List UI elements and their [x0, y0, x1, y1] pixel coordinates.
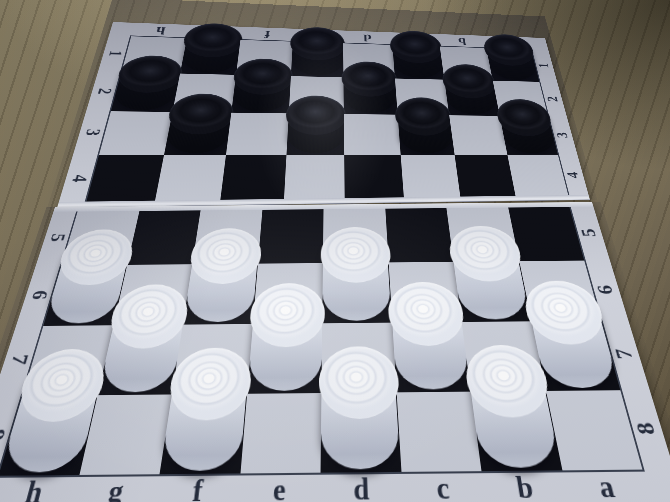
- square-f2: [231, 75, 290, 114]
- bottom-edge-file-labels-e: e: [237, 474, 320, 502]
- board-grid-ranks-1-4: [86, 36, 568, 202]
- square-g6: [113, 264, 192, 325]
- square-f8: [160, 393, 247, 474]
- top-edge-file-labels-5: [391, 33, 439, 46]
- checkers-photo-scene: hfdb 1234 1234 hgfedcba 5678 5678: [0, 0, 670, 502]
- left-edge-rank-labels-1-4-4: 4: [43, 169, 115, 187]
- black-checker-c1: [390, 45, 446, 80]
- left-edge-rank-labels-5-8-7: 7: [0, 347, 58, 372]
- bottom-edge-file-labels-a: a: [562, 471, 651, 502]
- left-edge-rank-labels-1-4-2: 2: [72, 83, 136, 98]
- square-e5: [258, 209, 324, 263]
- white-checker-f6: [180, 263, 260, 324]
- left-edge-rank-labels-1-4-1: 1: [84, 46, 144, 60]
- right-edge-rank-labels-5-8-7: 7: [586, 341, 664, 366]
- black-checker-g1: [177, 38, 242, 75]
- square-f7: [172, 324, 253, 394]
- square-e4: [284, 155, 345, 201]
- right-edge-rank-labels-1-4-2: 2: [528, 92, 577, 105]
- top-edge-file-labels-7: [484, 36, 531, 48]
- square-d4: [344, 155, 403, 200]
- square-e3: [286, 113, 344, 154]
- board-top-half: hfdb 1234 1234: [57, 22, 590, 208]
- black-checker-f2: [229, 75, 293, 114]
- square-b5: [446, 208, 518, 262]
- bottom-edge-file-labels-c: c: [401, 472, 486, 502]
- square-e1: [291, 42, 344, 77]
- white-checker-c7: [389, 322, 474, 392]
- left-edge-rank-labels-1-4-3: 3: [58, 124, 125, 140]
- square-c6: [388, 261, 461, 322]
- bottom-edge-file-labels-g: g: [72, 475, 160, 502]
- top-edge-file-labels-3: [293, 29, 344, 42]
- board-grid-ranks-5-8: [0, 207, 642, 476]
- top-edge-file-labels-f: f: [241, 28, 294, 41]
- square-f4: [220, 155, 286, 201]
- square-f1: [236, 40, 292, 76]
- square-b6: [454, 261, 532, 322]
- square-f3: [226, 113, 288, 155]
- square-d5: [323, 209, 388, 263]
- right-edge-rank-labels-1-4-3: 3: [537, 128, 588, 142]
- square-d6: [322, 262, 392, 323]
- square-d2: [343, 77, 397, 115]
- square-c2: [395, 78, 450, 115]
- white-checker-d6: [319, 262, 394, 323]
- square-e8: [240, 393, 321, 474]
- bottom-edge-file-labels: hgfedcba: [0, 471, 651, 502]
- top-edge-file-labels-b: b: [438, 35, 486, 48]
- square-e6: [253, 263, 323, 324]
- square-c3: [397, 115, 454, 155]
- bottom-edge-file-labels-f: f: [154, 474, 240, 502]
- right-edge-rank-labels-5-8-5: 5: [556, 223, 623, 242]
- square-f5: [192, 210, 262, 264]
- white-checker-e7: [244, 323, 325, 393]
- left-edge-rank-labels-5-8-5: 5: [23, 228, 91, 248]
- square-d8: [321, 392, 401, 473]
- square-b2: [444, 79, 499, 115]
- black-checker-d2: [341, 77, 399, 115]
- square-c7: [392, 322, 471, 392]
- bottom-edge-file-labels-b: b: [482, 471, 569, 502]
- right-edge-rank-labels-5-8-6: 6: [570, 278, 642, 300]
- square-g3: [164, 112, 232, 155]
- white-checker-f8: [156, 393, 249, 474]
- square-c5: [385, 208, 454, 262]
- black-checker-e1: [288, 42, 345, 78]
- square-b4: [455, 154, 516, 197]
- square-g1: [180, 38, 241, 74]
- black-checker-c3: [395, 115, 456, 155]
- square-g2: [172, 73, 236, 112]
- bottom-edge-file-labels-h: h: [0, 476, 79, 502]
- square-c4: [400, 155, 460, 199]
- square-e2: [288, 76, 343, 114]
- bottom-edge-file-labels-d: d: [320, 473, 403, 502]
- right-edge-rank-labels-5-8-8: 8: [605, 414, 670, 443]
- square-e7: [247, 323, 323, 393]
- square-b1: [440, 47, 493, 81]
- square-g5: [127, 210, 201, 264]
- left-edge-rank-labels-5-8-6: 6: [3, 284, 76, 306]
- square-g4: [154, 155, 226, 202]
- black-checker-g3: [161, 112, 233, 155]
- square-d1: [343, 43, 395, 78]
- top-edge-file-labels-1: [187, 26, 242, 40]
- board-bottom-half: hgfedcba 5678 5678: [0, 202, 670, 502]
- square-c1: [392, 45, 444, 79]
- top-edge-file-labels-d: d: [343, 31, 392, 44]
- square-d3: [344, 114, 401, 155]
- white-checker-d8: [317, 392, 404, 473]
- right-edge-rank-labels-1-4-1: 1: [520, 59, 567, 72]
- square-f6: [183, 263, 258, 324]
- black-checker-e3: [284, 113, 347, 154]
- square-c8: [396, 391, 481, 472]
- right-edge-rank-labels-1-4-4: 4: [546, 167, 599, 182]
- square-b3: [449, 115, 507, 154]
- top-edge-file-labels-h: h: [131, 24, 189, 38]
- square-d7: [321, 323, 396, 393]
- square-g7: [97, 325, 183, 395]
